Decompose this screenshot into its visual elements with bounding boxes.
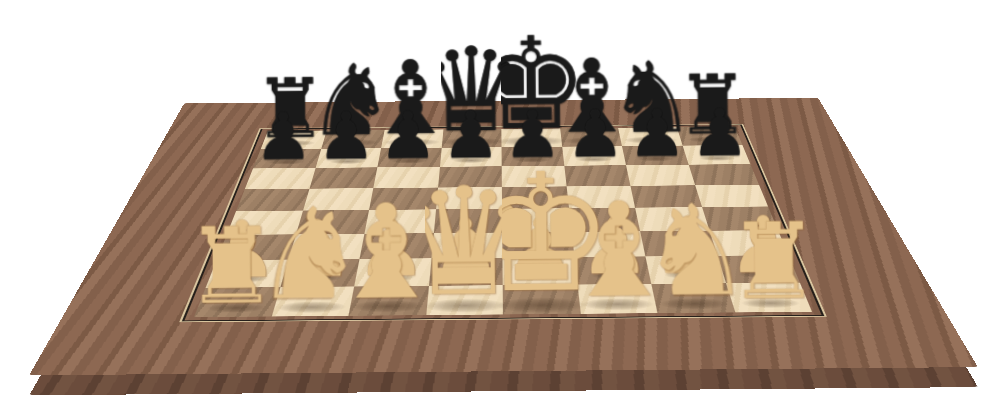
board-scene: ♜♞♝♛♚♝♞♜♟♟♟♟♟♟♟♟♟♟♟♟♟♟♟♟♜♞♝♛♚♝♞♜: [0, 0, 1000, 403]
piece-black-pawn-b7[interactable]: ♟: [314, 103, 377, 169]
piece-black-pawn-g7[interactable]: ♟: [626, 100, 689, 166]
piece-black-pawn-h7[interactable]: ♟: [688, 100, 751, 166]
piece-white-knight-g1[interactable]: ♞: [657, 188, 735, 314]
piece-white-rook-h1[interactable]: ♜: [734, 209, 812, 314]
chess-photo-stage: ♜♞♝♛♚♝♞♜♟♟♟♟♟♟♟♟♟♟♟♟♟♟♟♟♜♞♝♛♚♝♞♜: [0, 0, 1000, 403]
piece-black-pawn-a7[interactable]: ♟: [252, 103, 315, 169]
chess-board: ♜♞♝♛♚♝♞♜♟♟♟♟♟♟♟♟♟♟♟♟♟♟♟♟♜♞♝♛♚♝♞♜: [29, 98, 978, 376]
pieces-layer: ♜♞♝♛♚♝♞♜♟♟♟♟♟♟♟♟♟♟♟♟♟♟♟♟♜♞♝♛♚♝♞♜: [194, 127, 812, 317]
